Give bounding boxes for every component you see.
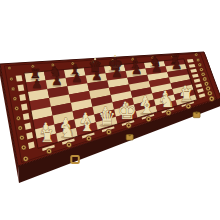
border-ornament-core (148, 118, 150, 120)
border-ornament-core (88, 137, 90, 139)
piece-white-r-a1: ♜ (40, 127, 54, 146)
border-ornament-core (197, 59, 198, 60)
piece-white-k-e1: ♚ (117, 99, 137, 124)
piece-white-n-g1: ♞ (159, 91, 174, 111)
border-ornament-core (201, 69, 202, 70)
border-ornament-core (19, 127, 21, 129)
border-ornament-core (9, 67, 10, 68)
chess-set-photo: ♜♞♝♛♚♝♞♜♟♟♟♟♟♟♟♟♟♟♟♟♟♟♟♟♜♞♝♛♚♝♞♜ (0, 0, 220, 220)
piece-black-p-a7: ♟ (32, 77, 43, 91)
border-plaque-left (18, 85, 25, 92)
piece-black-p-c7: ♟ (71, 71, 82, 85)
border-ornament-core (68, 144, 70, 146)
hinge-pin-icon (129, 134, 131, 136)
border-ornament-core (204, 78, 206, 80)
border-ornament-core (211, 98, 213, 100)
piece-black-p-h7: ♟ (171, 58, 182, 72)
border-ornament-core (196, 54, 197, 55)
finial-cream-tip (94, 58, 96, 60)
border-plaque-left (16, 75, 23, 81)
border-plaque-left (23, 113, 30, 120)
border-ornament-core (18, 117, 20, 119)
border-ornament-core (209, 92, 211, 94)
border-ornament-core (202, 74, 204, 76)
piece-white-n-b1: ♞ (60, 121, 75, 141)
piece-white-r-h1: ♜ (180, 86, 194, 105)
border-ornament-core (187, 105, 189, 107)
border-plaque-left (21, 104, 28, 111)
piece-black-p-f7: ♟ (131, 63, 142, 77)
border-plaque-right (187, 59, 194, 63)
border-ornament-core (12, 88, 13, 89)
border-ornament-core (199, 64, 200, 65)
border-plaque-left (19, 94, 26, 101)
hinge-pin-icon (195, 112, 197, 114)
border-ornament-core (11, 78, 12, 79)
border-ornament-core (108, 131, 110, 133)
piece-white-b-c1: ♝ (79, 115, 95, 135)
piece-black-p-g7: ♟ (151, 61, 162, 75)
piece-black-p-b7: ♟ (52, 74, 63, 88)
piece-white-q-d1: ♛ (98, 106, 116, 130)
piece-black-p-e7: ♟ (111, 66, 122, 80)
border-ornament-core (21, 137, 23, 139)
border-ornament-core (206, 83, 208, 85)
chess-board-scene: ♜♞♝♛♚♝♞♜♟♟♟♟♟♟♟♟♟♟♟♟♟♟♟♟♜♞♝♛♚♝♞♜ (0, 0, 220, 220)
border-ornament-core (23, 147, 25, 149)
border-ornament-core (16, 108, 18, 110)
border-ornament-core (14, 98, 15, 99)
piece-black-p-d7: ♟ (91, 69, 102, 83)
border-ornament-core (25, 158, 27, 160)
border-ornament-core (48, 150, 50, 152)
piece-white-b-f1: ♝ (139, 97, 155, 117)
border-ornament-core (207, 88, 209, 90)
finial-cream-tip (114, 55, 116, 57)
border-ornament-core (128, 124, 130, 126)
border-ornament-core (167, 112, 169, 114)
